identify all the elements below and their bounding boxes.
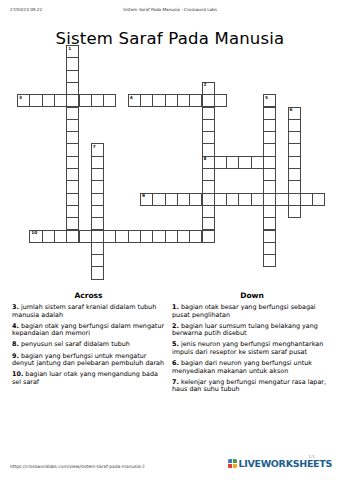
grid-cell-r15c15[interactable] bbox=[202, 230, 215, 243]
clue-text: kelenjar yang berfungsi mengatur rasa la… bbox=[172, 378, 326, 394]
cell-number-6: 6 bbox=[290, 108, 293, 112]
grid-cell-r4c10[interactable] bbox=[140, 94, 153, 107]
grid-cell-r15c12[interactable] bbox=[165, 230, 178, 243]
clue-text: bagian luar sumsum tulang belakang yang … bbox=[172, 322, 318, 338]
clue-item-down-6: 6. bagian dari neuron yang berfungsi unt… bbox=[172, 360, 332, 375]
cell-number-1: 1 bbox=[68, 47, 71, 51]
cell-number-5: 5 bbox=[265, 96, 268, 100]
grid-cell-r9c19[interactable] bbox=[251, 156, 264, 169]
grid-cell-r11c15[interactable] bbox=[202, 180, 215, 193]
grid-cell-r15c10[interactable] bbox=[140, 230, 153, 243]
grid-cell-r4c14[interactable] bbox=[189, 94, 202, 107]
grid-cell-r9c6[interactable] bbox=[91, 156, 104, 169]
grid-cell-r14c4[interactable] bbox=[66, 217, 79, 230]
grid-cell-r11c6[interactable] bbox=[91, 180, 104, 193]
grid-cell-r15c20[interactable] bbox=[263, 230, 276, 243]
grid-cell-r15c13[interactable] bbox=[177, 230, 190, 243]
cell-number-3: 3 bbox=[19, 96, 22, 100]
grid-cell-r5c20[interactable] bbox=[263, 107, 276, 120]
crossword-grid: 12345678910 bbox=[0, 0, 340, 290]
clue-text: bagian otak besar yang berfungsi sebagai… bbox=[172, 303, 316, 319]
liveworksheets-icon bbox=[228, 459, 237, 468]
liveworksheets-logo[interactable]: LIVEWORKSHEETS bbox=[228, 459, 332, 469]
grid-cell-r4c15[interactable] bbox=[202, 94, 215, 107]
clue-item-down-2: 2. bagian luar sumsum tulang belakang ya… bbox=[172, 323, 332, 338]
grid-cell-r6c15[interactable] bbox=[202, 119, 215, 132]
across-clues-section: Across 3. jumlah sistem saraf kranial di… bbox=[12, 291, 165, 390]
clue-text: jumlah sistem saraf kranial didalam tubu… bbox=[12, 303, 156, 319]
grid-cell-r4c6[interactable] bbox=[91, 94, 104, 107]
grid-cell-r12c19[interactable] bbox=[251, 193, 264, 206]
grid-cell-r12c17[interactable] bbox=[226, 193, 239, 206]
grid-cell-r6c4[interactable] bbox=[66, 119, 79, 132]
clue-text: bagian dari neuron yang berfungsi untuk … bbox=[172, 359, 312, 375]
grid-cell-r13c20[interactable] bbox=[263, 205, 276, 218]
grid-cell-r4c9[interactable]: 4 bbox=[128, 94, 141, 107]
across-heading: Across bbox=[12, 291, 165, 300]
icon-square-red bbox=[228, 464, 232, 468]
grid-cell-r12c21[interactable] bbox=[275, 193, 288, 206]
grid-cell-r10c20[interactable] bbox=[263, 168, 276, 181]
grid-cell-r1c4[interactable] bbox=[66, 57, 79, 70]
grid-cell-r15c9[interactable] bbox=[128, 230, 141, 243]
grid-cell-r12c23[interactable] bbox=[300, 193, 313, 206]
grid-cell-r10c15[interactable] bbox=[202, 168, 215, 181]
liveworksheets-wordmark: LIVEWORKSHEETS bbox=[238, 459, 332, 469]
grid-cell-r4c3[interactable] bbox=[54, 94, 67, 107]
grid-cell-r4c5[interactable] bbox=[79, 94, 92, 107]
grid-cell-r16c6[interactable] bbox=[91, 242, 104, 255]
grid-cell-r3c4[interactable] bbox=[66, 82, 79, 95]
grid-cell-r0c4[interactable]: 1 bbox=[66, 45, 79, 58]
print-footer-url: https://crosswordlabs.com/view/sistem-sa… bbox=[10, 464, 145, 469]
grid-cell-r4c0[interactable]: 3 bbox=[17, 94, 30, 107]
grid-cell-r18c6[interactable] bbox=[91, 266, 104, 279]
grid-cell-r10c4[interactable] bbox=[66, 168, 79, 181]
grid-cell-r13c15[interactable] bbox=[202, 205, 215, 218]
cell-number-2: 2 bbox=[204, 83, 207, 87]
grid-cell-r9c17[interactable] bbox=[226, 156, 239, 169]
grid-cell-r12c13[interactable] bbox=[177, 193, 190, 206]
grid-cell-r4c1[interactable] bbox=[29, 94, 42, 107]
grid-cell-r12c12[interactable] bbox=[165, 193, 178, 206]
grid-cell-r12c24[interactable] bbox=[312, 193, 325, 206]
grid-cell-r7c20[interactable] bbox=[263, 131, 276, 144]
grid-cell-r14c20[interactable] bbox=[263, 217, 276, 230]
grid-cell-r12c4[interactable] bbox=[66, 193, 79, 206]
cell-number-8: 8 bbox=[204, 157, 207, 161]
grid-cell-r13c4[interactable] bbox=[66, 205, 79, 218]
grid-cell-r9c22[interactable] bbox=[288, 156, 301, 169]
clue-text: bagian otak yang berfungsi dalam mengatu… bbox=[12, 322, 164, 338]
clue-text: penyusun sel saraf didalam tubuh bbox=[19, 340, 130, 348]
grid-cell-r11c22[interactable] bbox=[288, 180, 301, 193]
grid-cell-r9c20[interactable] bbox=[263, 156, 276, 169]
grid-cell-r15c11[interactable] bbox=[152, 230, 165, 243]
grid-cell-r6c22[interactable] bbox=[288, 119, 301, 132]
grid-cell-r16c20[interactable] bbox=[263, 242, 276, 255]
grid-cell-r15c6[interactable] bbox=[91, 230, 104, 243]
clue-item-across-8: 8. penyusun sel saraf didalam tubuh bbox=[12, 341, 165, 349]
clue-item-down-7: 7. kelenjar yang berfungsi mengatur rasa… bbox=[172, 379, 332, 394]
icon-square-blue bbox=[228, 459, 232, 463]
grid-cell-r4c11[interactable] bbox=[152, 94, 165, 107]
clue-text: bagian yang berfungsi untuk mengatur den… bbox=[12, 352, 164, 368]
cell-number-4: 4 bbox=[130, 96, 133, 100]
clue-item-across-4: 4. bagian otak yang berfungsi dalam meng… bbox=[12, 323, 165, 338]
clue-number-label: 8. bbox=[12, 340, 19, 348]
clue-text: jenis neuron yang berfungsi menghantarka… bbox=[172, 340, 323, 356]
clue-text: bagian luar otak yang mengandung bada se… bbox=[12, 370, 158, 386]
down-heading: Down bbox=[172, 291, 332, 300]
cell-number-7: 7 bbox=[93, 145, 96, 149]
grid-cell-r15c8[interactable] bbox=[115, 230, 128, 243]
grid-cell-r11c4[interactable] bbox=[66, 180, 79, 193]
grid-cell-r10c22[interactable] bbox=[288, 168, 301, 181]
cell-number-10: 10 bbox=[31, 231, 37, 235]
grid-cell-r2c4[interactable] bbox=[66, 70, 79, 83]
icon-square-yellow bbox=[233, 464, 237, 468]
clue-item-down-5: 5. jenis neuron yang berfungsi menghanta… bbox=[172, 341, 332, 356]
grid-cell-r15c3[interactable] bbox=[54, 230, 67, 243]
grid-cell-r3c15[interactable]: 2 bbox=[202, 82, 215, 95]
grid-cell-r9c18[interactable] bbox=[238, 156, 251, 169]
grid-cell-r14c15[interactable] bbox=[202, 217, 215, 230]
grid-cell-r12c15[interactable] bbox=[202, 193, 215, 206]
grid-cell-r9c15[interactable]: 8 bbox=[202, 156, 215, 169]
clue-item-down-1: 1. bagian otak besar yang berfungsi seba… bbox=[172, 304, 332, 319]
down-clue-list: 1. bagian otak besar yang berfungsi seba… bbox=[172, 304, 332, 394]
grid-cell-r5c15[interactable] bbox=[202, 107, 215, 120]
grid-cell-r11c20[interactable] bbox=[263, 180, 276, 193]
grid-cell-r12c10[interactable]: 9 bbox=[140, 193, 153, 206]
clue-item-across-3: 3. jumlah sistem saraf kranial didalam t… bbox=[12, 304, 165, 319]
grid-cell-r6c20[interactable] bbox=[263, 119, 276, 132]
grid-cell-r7c15[interactable] bbox=[202, 131, 215, 144]
grid-cell-r4c4[interactable] bbox=[66, 94, 79, 107]
cell-number-9: 9 bbox=[142, 194, 145, 198]
grid-cell-r15c5[interactable] bbox=[79, 230, 92, 243]
grid-cell-r4c12[interactable] bbox=[165, 94, 178, 107]
grid-cell-r8c6[interactable]: 7 bbox=[91, 143, 104, 156]
grid-cell-r12c14[interactable] bbox=[189, 193, 202, 206]
grid-cell-r8c15[interactable] bbox=[202, 143, 215, 156]
grid-cell-r17c6[interactable] bbox=[91, 254, 104, 267]
grid-cell-r5c4[interactable] bbox=[66, 107, 79, 120]
grid-cell-r8c22[interactable] bbox=[288, 143, 301, 156]
down-clues-section: Down 1. bagian otak besar yang berfungsi… bbox=[172, 291, 332, 397]
grid-cell-r8c4[interactable] bbox=[66, 143, 79, 156]
grid-cell-r4c2[interactable] bbox=[42, 94, 55, 107]
icon-square-green bbox=[233, 459, 237, 463]
grid-cell-r4c7[interactable] bbox=[103, 94, 116, 107]
grid-cell-r8c20[interactable] bbox=[263, 143, 276, 156]
grid-cell-r15c2[interactable] bbox=[42, 230, 55, 243]
grid-cell-r15c7[interactable] bbox=[103, 230, 116, 243]
grid-cell-r4c20[interactable]: 5 bbox=[263, 94, 276, 107]
grid-cell-r15c14[interactable] bbox=[189, 230, 202, 243]
worksheet-page: 27/03/23 09.22 Sistem Saraf Pada Manusia… bbox=[0, 0, 340, 480]
grid-cell-r4c13[interactable] bbox=[177, 94, 190, 107]
grid-cell-r15c1[interactable]: 10 bbox=[29, 230, 42, 243]
grid-cell-r9c16[interactable] bbox=[214, 156, 227, 169]
clue-item-across-9: 9. bagian yang berfungsi untuk mengatur … bbox=[12, 353, 165, 368]
grid-cell-r4c16[interactable] bbox=[214, 94, 227, 107]
grid-cell-r7c22[interactable] bbox=[288, 131, 301, 144]
grid-cell-r12c22[interactable] bbox=[288, 193, 301, 206]
grid-cell-r12c16[interactable] bbox=[214, 193, 227, 206]
grid-cell-r13c6[interactable] bbox=[91, 205, 104, 218]
grid-cell-r12c6[interactable] bbox=[91, 193, 104, 206]
grid-cell-r12c20[interactable] bbox=[263, 193, 276, 206]
grid-cell-r17c20[interactable] bbox=[263, 254, 276, 267]
across-clue-list: 3. jumlah sistem saraf kranial didalam t… bbox=[12, 304, 165, 386]
grid-cell-r9c4[interactable] bbox=[66, 156, 79, 169]
grid-cell-r12c18[interactable] bbox=[238, 193, 251, 206]
grid-cell-r13c22[interactable] bbox=[288, 205, 301, 218]
grid-cell-r5c22[interactable]: 6 bbox=[288, 107, 301, 120]
clue-item-across-10: 10. bagian luar otak yang mengandung bad… bbox=[12, 371, 165, 386]
grid-cell-r14c6[interactable] bbox=[91, 217, 104, 230]
grid-cell-r15c4[interactable] bbox=[66, 230, 79, 243]
grid-cell-r7c4[interactable] bbox=[66, 131, 79, 144]
grid-cell-r10c6[interactable] bbox=[91, 168, 104, 181]
grid-cell-r12c11[interactable] bbox=[152, 193, 165, 206]
